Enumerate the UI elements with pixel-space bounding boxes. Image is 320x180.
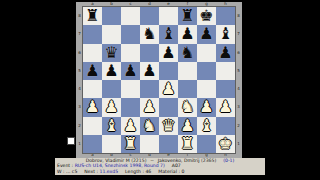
game-result: (0-1) xyxy=(223,158,234,163)
square-f6: ♞ xyxy=(178,44,197,62)
white-pawn-piece: ♟ xyxy=(199,99,213,115)
black-king-piece: ♚ xyxy=(199,8,213,24)
square-h3: ♟ xyxy=(216,98,235,116)
square-a2 xyxy=(83,117,102,135)
rank-label: 4 xyxy=(235,80,242,98)
square-c6 xyxy=(121,44,140,62)
square-h5 xyxy=(216,62,235,80)
square-e6: ♟ xyxy=(159,44,178,62)
square-e1 xyxy=(159,135,178,153)
black-player-elo: (2365) xyxy=(201,158,216,163)
square-d7: ♞ xyxy=(140,25,159,43)
square-a8: ♜ xyxy=(83,7,102,25)
square-e8 xyxy=(159,7,178,25)
square-e2: ♛ xyxy=(159,117,178,135)
black-pawn-piece: ♟ xyxy=(161,45,175,61)
players-separator: -- xyxy=(150,158,153,163)
square-f5 xyxy=(178,62,197,80)
square-a7 xyxy=(83,25,102,43)
square-d8 xyxy=(140,7,159,25)
square-d6 xyxy=(140,44,159,62)
white-pawn-piece: ♟ xyxy=(104,99,118,115)
white-pawn-piece: ♟ xyxy=(161,81,175,97)
black-pawn-piece: ♟ xyxy=(180,26,194,42)
square-h1: ♚ xyxy=(216,135,235,153)
black-pawn-piece: ♟ xyxy=(218,45,232,61)
square-a6 xyxy=(83,44,102,62)
white-pawn-piece: ♟ xyxy=(218,99,232,115)
rank-label: 4 xyxy=(76,80,83,98)
square-c2: ♟ xyxy=(121,117,140,135)
square-f8: ♜ xyxy=(178,7,197,25)
chess-board: ♜♜♚♞♝♟♟♝♛♟♞♟♟♟♟♟♟♟♟♟♞♟♟♝♟♞♛♟♝♜♜♚ xyxy=(83,7,235,153)
square-f3: ♞ xyxy=(178,98,197,116)
square-e5 xyxy=(159,62,178,80)
square-g7: ♟ xyxy=(197,25,216,43)
square-f4 xyxy=(178,80,197,98)
white-knight-piece: ♞ xyxy=(142,118,156,134)
square-h8 xyxy=(216,7,235,25)
white-queen-piece: ♛ xyxy=(161,118,175,134)
square-d5: ♟ xyxy=(140,62,159,80)
black-knight-piece: ♞ xyxy=(180,45,194,61)
square-g5 xyxy=(197,62,216,80)
material-label: Material : xyxy=(158,169,180,174)
last-move: W : ... c5 xyxy=(57,169,77,174)
square-g1 xyxy=(197,135,216,153)
square-f7: ♟ xyxy=(178,25,197,43)
black-rook-piece: ♜ xyxy=(180,8,194,24)
black-pawn-piece: ♟ xyxy=(123,63,137,79)
rank-labels-right: 87654321 xyxy=(235,7,242,153)
event-label: Event : xyxy=(57,163,73,168)
square-d3: ♟ xyxy=(140,98,159,116)
white-player-name: Dobrov, Vladimir M xyxy=(86,158,130,163)
square-b8 xyxy=(102,7,121,25)
rank-label: 3 xyxy=(235,98,242,116)
square-e4: ♟ xyxy=(159,80,178,98)
square-d1 xyxy=(140,135,159,153)
rank-label: 1 xyxy=(76,135,83,153)
square-a5: ♟ xyxy=(83,62,102,80)
square-d2: ♞ xyxy=(140,117,159,135)
square-a4 xyxy=(83,80,102,98)
next-move-label: Next : xyxy=(84,169,98,174)
white-king-piece: ♚ xyxy=(218,136,232,152)
white-pawn-piece: ♟ xyxy=(180,118,194,134)
white-rook-piece: ♜ xyxy=(123,136,137,152)
length-label: Length : xyxy=(125,169,144,174)
square-h4 xyxy=(216,80,235,98)
white-to-move-indicator xyxy=(67,137,75,145)
black-knight-piece: ♞ xyxy=(142,26,156,42)
rank-label: 5 xyxy=(76,62,83,80)
caption-panel: Dobrov, Vladimir M (2215)--Jakovenko, Dm… xyxy=(55,158,265,175)
eco-code: A07 xyxy=(172,163,181,168)
white-bishop-piece: ♝ xyxy=(104,118,118,134)
square-e3 xyxy=(159,98,178,116)
rank-label: 8 xyxy=(235,7,242,25)
square-h7: ♝ xyxy=(216,25,235,43)
black-pawn-piece: ♟ xyxy=(199,26,213,42)
square-h2 xyxy=(216,117,235,135)
rank-label: 7 xyxy=(235,25,242,43)
video-frame: abcdefgh abcdefgh 87654321 87654321 ♜♜♚♞… xyxy=(0,0,320,180)
rank-label: 8 xyxy=(76,7,83,25)
square-g3: ♟ xyxy=(197,98,216,116)
square-g8: ♚ xyxy=(197,7,216,25)
white-pawn-piece: ♟ xyxy=(85,99,99,115)
black-rook-piece: ♜ xyxy=(85,8,99,24)
square-b7 xyxy=(102,25,121,43)
rank-label: 2 xyxy=(235,117,242,135)
white-rook-piece: ♜ xyxy=(180,136,194,152)
square-g4 xyxy=(197,80,216,98)
white-pawn-piece: ♟ xyxy=(142,99,156,115)
square-c8 xyxy=(121,7,140,25)
square-b4 xyxy=(102,80,121,98)
rank-label: 6 xyxy=(76,44,83,62)
rank-label: 7 xyxy=(76,25,83,43)
white-knight-piece: ♞ xyxy=(180,99,194,115)
rank-label: 6 xyxy=(235,44,242,62)
rank-label: 2 xyxy=(76,117,83,135)
length-value: 46 xyxy=(145,169,151,174)
square-f2: ♟ xyxy=(178,117,197,135)
moves-line: W : ... c5Next : 11.exd5Length : 46Mater… xyxy=(57,169,263,174)
black-pawn-piece: ♟ xyxy=(104,63,118,79)
square-f1: ♜ xyxy=(178,135,197,153)
event-name: RUS-ch U14, Snezhinsk 1998, Round 7) xyxy=(75,163,165,168)
square-b6: ♛ xyxy=(102,44,121,62)
black-queen-piece: ♛ xyxy=(104,45,118,61)
black-pawn-piece: ♟ xyxy=(85,63,99,79)
white-bishop-piece: ♝ xyxy=(199,118,213,134)
material-value: 0 xyxy=(181,169,184,174)
black-bishop-piece: ♝ xyxy=(161,26,175,42)
square-d4 xyxy=(140,80,159,98)
black-pawn-piece: ♟ xyxy=(142,63,156,79)
square-a3: ♟ xyxy=(83,98,102,116)
square-g6 xyxy=(197,44,216,62)
square-b2: ♝ xyxy=(102,117,121,135)
rank-label: 1 xyxy=(235,135,242,153)
square-c7 xyxy=(121,25,140,43)
square-c1: ♜ xyxy=(121,135,140,153)
square-b1 xyxy=(102,135,121,153)
square-b3: ♟ xyxy=(102,98,121,116)
square-g2: ♝ xyxy=(197,117,216,135)
white-player-elo: (2215) xyxy=(131,158,146,163)
square-a1 xyxy=(83,135,102,153)
rank-label: 5 xyxy=(235,62,242,80)
black-bishop-piece: ♝ xyxy=(218,26,232,42)
square-c3 xyxy=(121,98,140,116)
square-h6: ♟ xyxy=(216,44,235,62)
rank-labels-left: 87654321 xyxy=(76,7,83,153)
white-pawn-piece: ♟ xyxy=(123,118,137,134)
square-e7: ♝ xyxy=(159,25,178,43)
square-c4 xyxy=(121,80,140,98)
next-move: 11.exd5 xyxy=(100,169,119,174)
rank-label: 3 xyxy=(76,98,83,116)
black-player-name: Jakovenko, Dmitrij xyxy=(158,158,200,163)
square-c5: ♟ xyxy=(121,62,140,80)
chess-board-frame: abcdefgh abcdefgh 87654321 87654321 ♜♜♚♞… xyxy=(76,2,242,158)
square-b5: ♟ xyxy=(102,62,121,80)
